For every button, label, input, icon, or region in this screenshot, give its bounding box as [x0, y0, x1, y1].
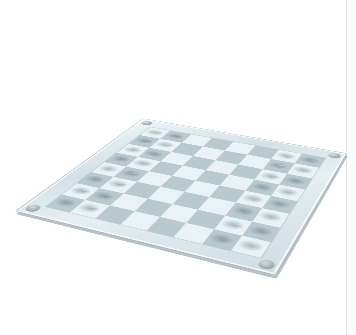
- page-right-strip: [347, 0, 356, 335]
- pawn-glyph: ♟: [79, 186, 101, 211]
- pawn-glyph: ♟: [209, 215, 233, 242]
- rook-glyph: ♜: [53, 178, 78, 206]
- product-photo[interactable]: ♜♞♝♛♚♝♞♜♟♟♟♟♟♟♟♟♟♟♟♟♟♟♟♟♜♞♝♛♚♝♞♜: [0, 0, 356, 335]
- rook-glyph: ♜: [237, 218, 265, 249]
- chess-board: ♜♞♝♛♚♝♞♜♟♟♟♟♟♟♟♟♟♟♟♟♟♟♟♟♜♞♝♛♚♝♞♜: [15, 118, 347, 275]
- vertical-divider-line: [346, 0, 347, 335]
